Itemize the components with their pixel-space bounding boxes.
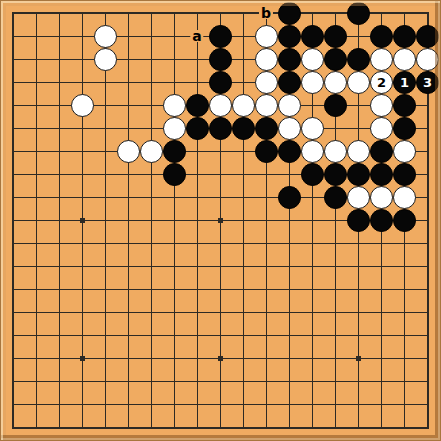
go-diagram: 213ab	[0, 0, 441, 441]
board-frame	[0, 0, 441, 441]
